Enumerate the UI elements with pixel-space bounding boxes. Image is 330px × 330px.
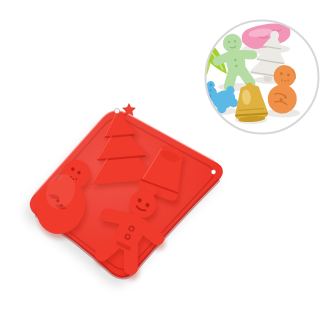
inset-results-circle	[196, 16, 319, 133]
photo-canvas	[0, 0, 330, 330]
product-photo	[0, 0, 330, 330]
hanging-hole-top	[114, 108, 119, 113]
silicone-mold	[27, 104, 223, 278]
hanging-hole-right	[211, 170, 216, 175]
